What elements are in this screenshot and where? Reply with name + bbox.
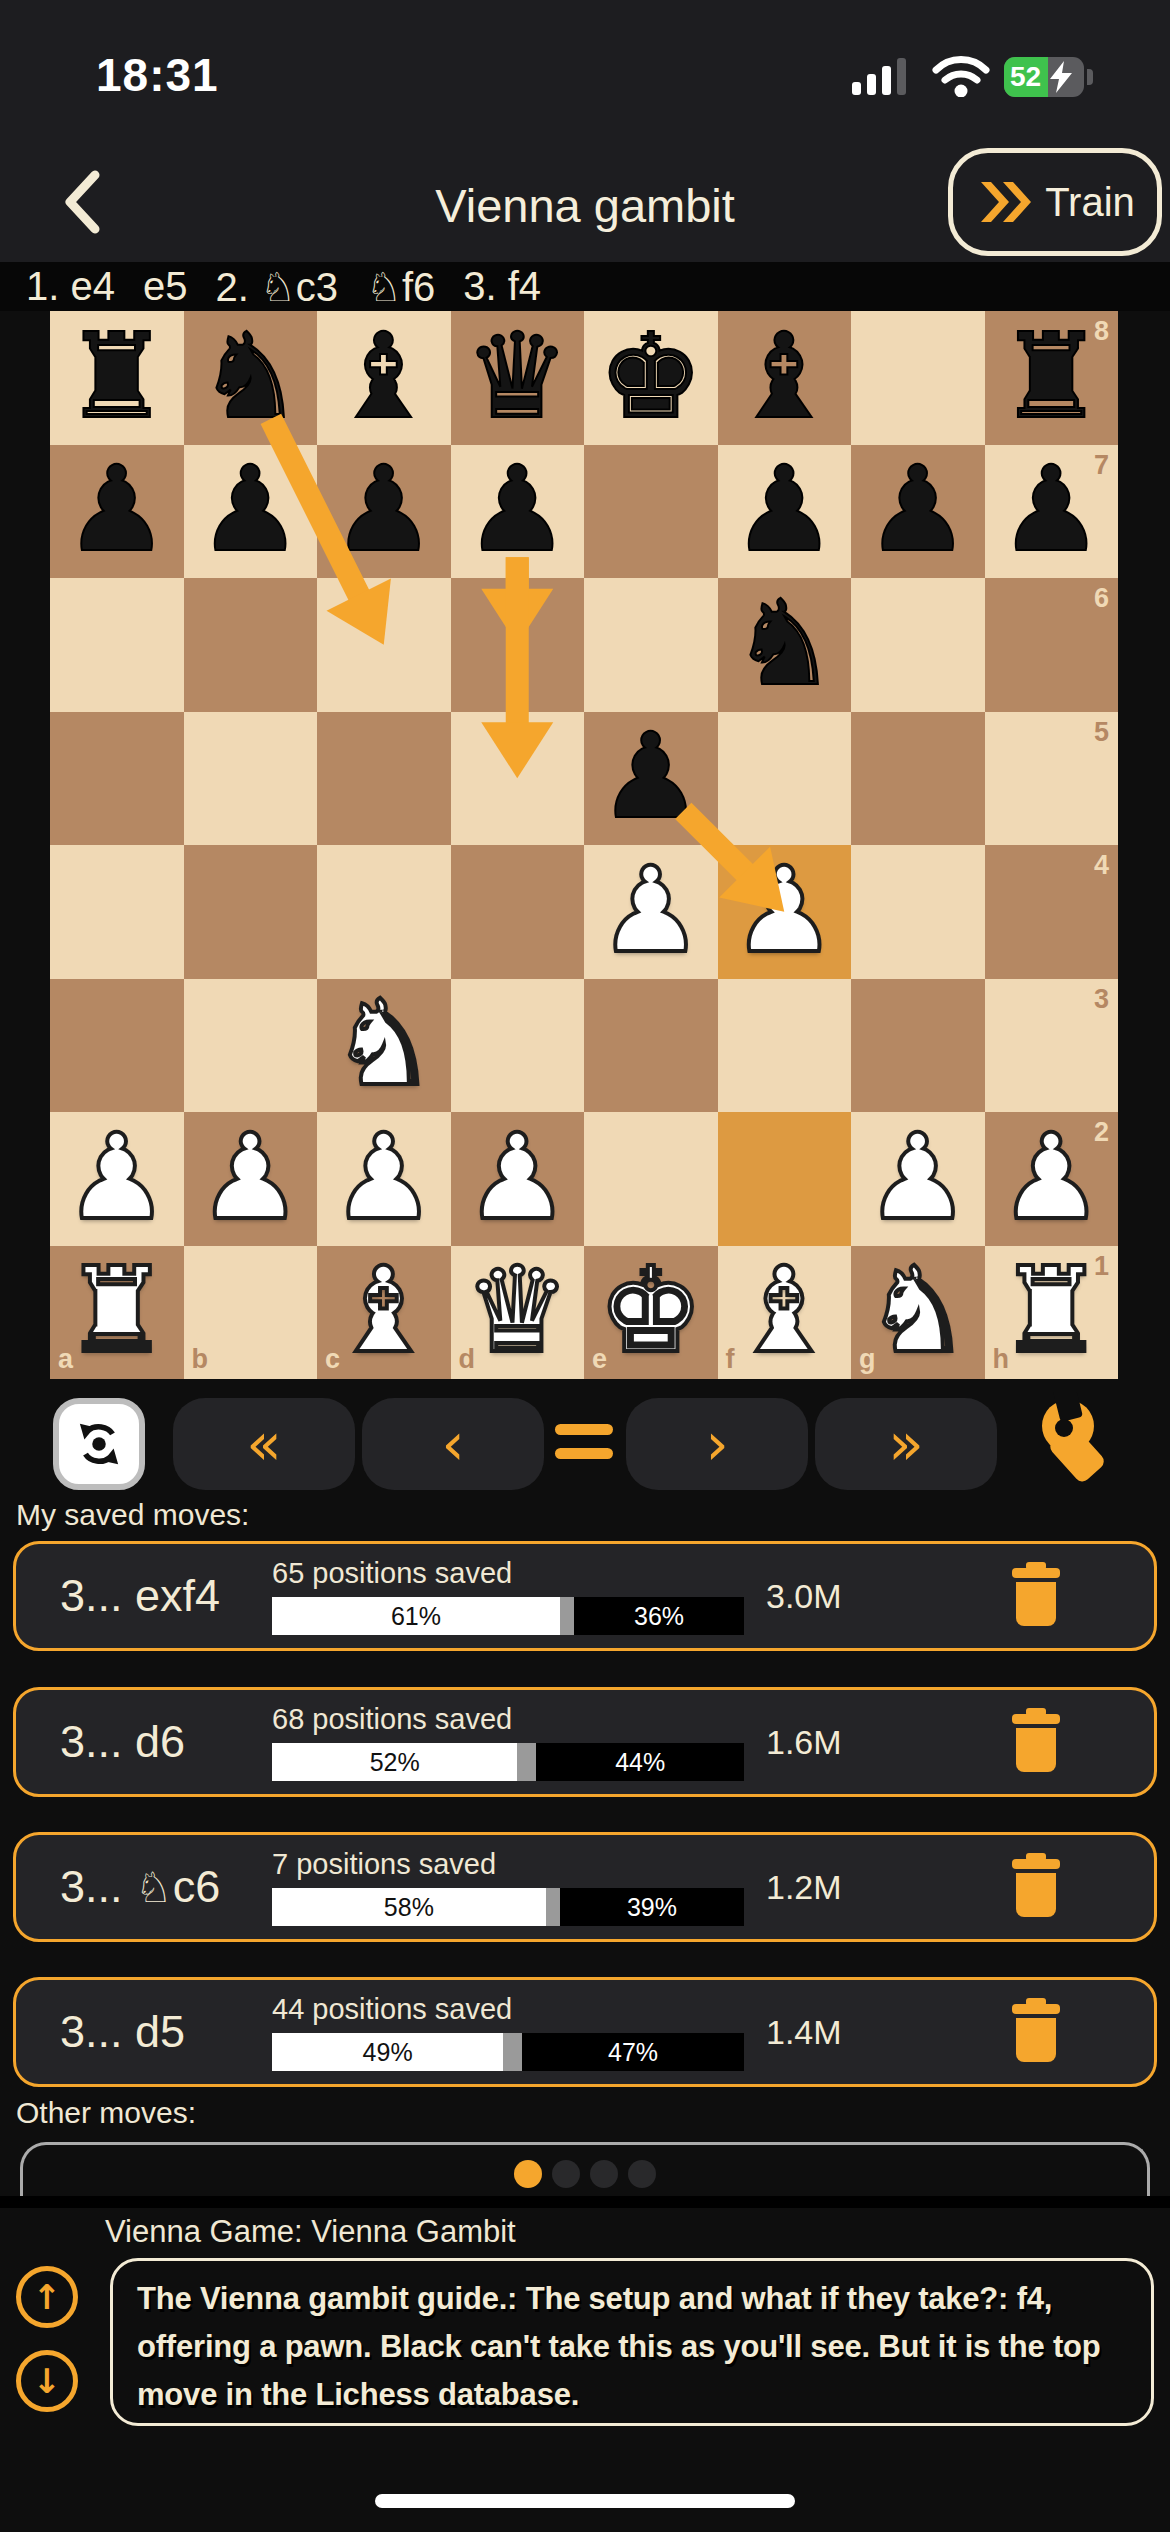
square-g5[interactable] (851, 712, 985, 846)
white-rook[interactable]: ♜ (985, 1244, 1119, 1378)
rank-label: 3 (1094, 984, 1109, 1015)
move-list[interactable]: 1. e4e52. ♘c3♘f63. f4 (0, 262, 1170, 311)
settings-wrench-button[interactable] (1030, 1392, 1130, 1500)
flip-board-button[interactable] (53, 1398, 145, 1490)
page-dot[interactable] (552, 2160, 580, 2188)
square-g6[interactable] (851, 578, 985, 712)
square-d1[interactable]: d♛ (451, 1246, 585, 1380)
rewind-to-start-button[interactable]: « (173, 1398, 355, 1490)
white-pawn[interactable]: ♟ (584, 843, 718, 977)
move-token[interactable]: 2. ♘c3 (215, 264, 338, 310)
square-f4[interactable]: ♟ (718, 845, 852, 979)
battery-percent: 52 (1010, 61, 1041, 93)
white-queen[interactable]: ♛ (451, 1244, 585, 1378)
square-f3[interactable] (718, 979, 852, 1113)
black-knight[interactable]: ♞ (184, 309, 318, 443)
other-moves-label: Other moves: (16, 2096, 196, 2130)
draw-rate (560, 1597, 574, 1635)
square-c1[interactable]: c♝ (317, 1246, 451, 1380)
card-move-label: 3... exf4 (16, 1570, 272, 1622)
black-rook[interactable]: ♜ (50, 309, 184, 443)
white-pawn[interactable]: ♟ (718, 843, 852, 977)
square-a8[interactable]: ♜ (50, 311, 184, 445)
black-bishop[interactable]: ♝ (317, 309, 451, 443)
black-pawn[interactable]: ♟ (50, 443, 184, 577)
draw-rate (546, 1888, 560, 1926)
draw-rate (503, 2033, 522, 2071)
square-b3[interactable] (184, 979, 318, 1113)
square-h8[interactable]: 8♜ (985, 311, 1119, 445)
black-pawn[interactable]: ♟ (184, 443, 318, 577)
square-b4[interactable] (184, 845, 318, 979)
rank-label: 6 (1094, 583, 1109, 614)
trash-icon (1010, 1998, 1062, 2062)
square-e1[interactable]: e♚ (584, 1246, 718, 1380)
square-d3[interactable] (451, 979, 585, 1113)
black-pawn[interactable]: ♟ (317, 443, 451, 577)
square-f6[interactable]: ♞ (718, 578, 852, 712)
move-token[interactable]: 3. f4 (463, 264, 541, 309)
card-move-label: 3... d5 (16, 2006, 272, 2058)
down-arrow-icon: ↓ (33, 2361, 62, 2401)
page-dot-active[interactable] (514, 2160, 542, 2188)
saved-move-card[interactable]: 3... d544 positions saved49%47%1.4M (13, 1977, 1157, 2087)
page-dot[interactable] (590, 2160, 618, 2188)
square-h7[interactable]: 7♟ (985, 445, 1119, 579)
delete-move-button[interactable] (1010, 1708, 1062, 1776)
white-knight[interactable]: ♞ (851, 1244, 985, 1378)
train-button[interactable]: Train (948, 148, 1162, 256)
double-chevron-icon (975, 180, 1033, 224)
white-pawn[interactable]: ♟ (985, 1110, 1119, 1244)
square-b8[interactable]: ♞ (184, 311, 318, 445)
square-f8[interactable]: ♝ (718, 311, 852, 445)
white-winrate: 61% (272, 1597, 560, 1635)
up-arrow-icon: ↑ (33, 2277, 62, 2317)
scroll-up-button[interactable]: ↑ (16, 2266, 78, 2328)
black-winrate: 39% (560, 1888, 744, 1926)
train-button-label: Train (1045, 180, 1135, 225)
trash-icon (1010, 1708, 1062, 1772)
card-move-label: 3... ♘c6 (16, 1861, 272, 1913)
black-winrate: 47% (522, 2033, 744, 2071)
wrench-icon (1030, 1392, 1130, 1496)
square-f5[interactable] (718, 712, 852, 846)
square-f1[interactable]: f♝ (718, 1246, 852, 1380)
square-b2[interactable]: ♟ (184, 1112, 318, 1246)
games-count: 1.6M (766, 1723, 1010, 1762)
black-winrate: 36% (574, 1597, 744, 1635)
white-pawn[interactable]: ♟ (184, 1110, 318, 1244)
knight-icon: ♘ (135, 1863, 173, 1912)
winrate-bar: 52%44% (272, 1743, 744, 1781)
square-b7[interactable]: ♟ (184, 445, 318, 579)
trash-icon (1010, 1562, 1062, 1626)
square-h2[interactable]: 2♟ (985, 1112, 1119, 1246)
black-king[interactable]: ♚ (584, 309, 718, 443)
square-c4[interactable] (317, 845, 451, 979)
delete-move-button[interactable] (1010, 1853, 1062, 1921)
square-g3[interactable] (851, 979, 985, 1113)
black-winrate: 44% (536, 1743, 744, 1781)
square-d5[interactable] (451, 712, 585, 846)
page-dots[interactable] (0, 2160, 1170, 2188)
square-d8[interactable]: ♛ (451, 311, 585, 445)
square-h3[interactable]: 3 (985, 979, 1119, 1113)
square-f2[interactable] (718, 1112, 852, 1246)
white-pawn[interactable]: ♟ (50, 1110, 184, 1244)
charging-bolt-icon (1048, 61, 1074, 97)
battery-icon: 52 (1004, 57, 1084, 97)
white-bishop[interactable]: ♝ (317, 1244, 451, 1378)
forward-move-button[interactable]: › (626, 1398, 808, 1490)
scroll-down-button[interactable]: ↓ (16, 2350, 78, 2412)
chess-board[interactable]: ♜♞♝♛♚♝8♜♟♟♟♟♟♟7♟♞6♟5♟♟4♞3♟♟♟♟♟2♟a♜bc♝d♛e… (50, 311, 1118, 1379)
move-token[interactable]: e5 (143, 264, 188, 309)
positions-saved-label: 68 positions saved (272, 1703, 744, 1736)
delete-move-button[interactable] (1010, 1562, 1062, 1630)
white-pawn[interactable]: ♟ (851, 1110, 985, 1244)
square-b5[interactable] (184, 712, 318, 846)
square-d2[interactable]: ♟ (451, 1112, 585, 1246)
positions-saved-label: 7 positions saved (272, 1848, 744, 1881)
square-g1[interactable]: g♞ (851, 1246, 985, 1380)
square-e5[interactable]: ♟ (584, 712, 718, 846)
square-h5[interactable]: 5 (985, 712, 1119, 846)
draw-rate (517, 1743, 536, 1781)
black-rook[interactable]: ♜ (985, 309, 1119, 443)
battery-nub (1087, 69, 1093, 85)
delete-move-button[interactable] (1010, 1998, 1062, 2066)
games-count: 3.0M (766, 1577, 1010, 1616)
black-pawn[interactable]: ♟ (584, 710, 718, 844)
saved-move-card[interactable]: 3... ♘c67 positions saved58%39%1.2M (13, 1832, 1157, 1942)
move-token[interactable]: 1. e4 (26, 264, 115, 309)
white-king[interactable]: ♚ (584, 1244, 718, 1378)
square-a6[interactable] (50, 578, 184, 712)
square-a7[interactable]: ♟ (50, 445, 184, 579)
saved-moves-label: My saved moves: (16, 1498, 249, 1532)
white-pawn[interactable]: ♟ (317, 1110, 451, 1244)
white-winrate: 58% (272, 1888, 546, 1926)
file-label: b (192, 1344, 209, 1375)
square-c3[interactable]: ♞ (317, 979, 451, 1113)
knight-icon: ♘ (260, 264, 296, 310)
black-queen[interactable]: ♛ (451, 309, 585, 443)
square-h1[interactable]: 1h♜ (985, 1246, 1119, 1380)
square-e2[interactable] (584, 1112, 718, 1246)
square-g2[interactable]: ♟ (851, 1112, 985, 1246)
square-e3[interactable] (584, 979, 718, 1113)
square-b6[interactable] (184, 578, 318, 712)
square-e6[interactable] (584, 578, 718, 712)
white-winrate: 49% (272, 2033, 503, 2071)
status-time: 18:31 (96, 48, 219, 102)
white-bishop[interactable]: ♝ (718, 1244, 852, 1378)
square-c2[interactable]: ♟ (317, 1112, 451, 1246)
winrate-bar: 49%47% (272, 2033, 744, 2071)
white-rook[interactable]: ♜ (50, 1244, 184, 1378)
square-d6[interactable] (451, 578, 585, 712)
wifi-icon (932, 55, 990, 101)
games-count: 1.4M (766, 2013, 1010, 2052)
white-knight[interactable]: ♞ (317, 977, 451, 1111)
back-move-button[interactable]: ‹ (362, 1398, 544, 1490)
positions-saved-label: 44 positions saved (272, 1993, 744, 2026)
rank-label: 5 (1094, 717, 1109, 748)
page-dot[interactable] (628, 2160, 656, 2188)
trash-icon (1010, 1853, 1062, 1917)
white-pawn[interactable]: ♟ (451, 1110, 585, 1244)
square-a1[interactable]: a♜ (50, 1246, 184, 1380)
square-e4[interactable]: ♟ (584, 845, 718, 979)
move-token[interactable]: ♘f6 (366, 264, 435, 310)
square-e8[interactable]: ♚ (584, 311, 718, 445)
guide-description: The Vienna gambit guide.: The setup and … (110, 2258, 1154, 2426)
rank-label: 4 (1094, 850, 1109, 881)
white-winrate: 52% (272, 1743, 517, 1781)
black-pawn[interactable]: ♟ (851, 443, 985, 577)
square-a4[interactable] (50, 845, 184, 979)
positions-saved-label: 65 positions saved (272, 1557, 744, 1590)
winrate-bar: 61%36% (272, 1597, 744, 1635)
cellular-signal-icon (852, 57, 922, 95)
card-move-label: 3... d6 (16, 1716, 272, 1768)
black-pawn[interactable]: ♟ (985, 443, 1119, 577)
black-knight[interactable]: ♞ (718, 576, 852, 710)
black-pawn[interactable]: ♟ (718, 443, 852, 577)
square-a5[interactable] (50, 712, 184, 846)
winrate-bar: 58%39% (272, 1888, 744, 1926)
knight-icon: ♘ (366, 264, 402, 310)
flip-icon (72, 1417, 126, 1471)
square-c5[interactable] (317, 712, 451, 846)
square-g7[interactable]: ♟ (851, 445, 985, 579)
square-a2[interactable]: ♟ (50, 1112, 184, 1246)
square-f7[interactable]: ♟ (718, 445, 852, 579)
square-c7[interactable]: ♟ (317, 445, 451, 579)
saved-move-card[interactable]: 3... exf465 positions saved61%36%3.0M (13, 1541, 1157, 1651)
black-bishop[interactable]: ♝ (718, 309, 852, 443)
black-pawn[interactable]: ♟ (451, 443, 585, 577)
home-indicator[interactable] (375, 2494, 795, 2508)
square-g8[interactable] (851, 311, 985, 445)
square-b1[interactable]: b (184, 1246, 318, 1380)
square-a3[interactable] (50, 979, 184, 1113)
square-g4[interactable] (851, 845, 985, 979)
fast-forward-button[interactable]: » (815, 1398, 997, 1490)
opening-name: Vienna Game: Vienna Gambit (105, 2214, 516, 2250)
section-divider (0, 2196, 1170, 2208)
saved-move-card[interactable]: 3... d668 positions saved52%44%1.6M (13, 1687, 1157, 1797)
moves-menu-icon[interactable] (555, 1424, 613, 1459)
games-count: 1.2M (766, 1868, 1010, 1907)
square-h4[interactable]: 4 (985, 845, 1119, 979)
square-c6[interactable] (317, 578, 451, 712)
square-d4[interactable] (451, 845, 585, 979)
square-d7[interactable]: ♟ (451, 445, 585, 579)
square-c8[interactable]: ♝ (317, 311, 451, 445)
square-e7[interactable] (584, 445, 718, 579)
square-h6[interactable]: 6 (985, 578, 1119, 712)
